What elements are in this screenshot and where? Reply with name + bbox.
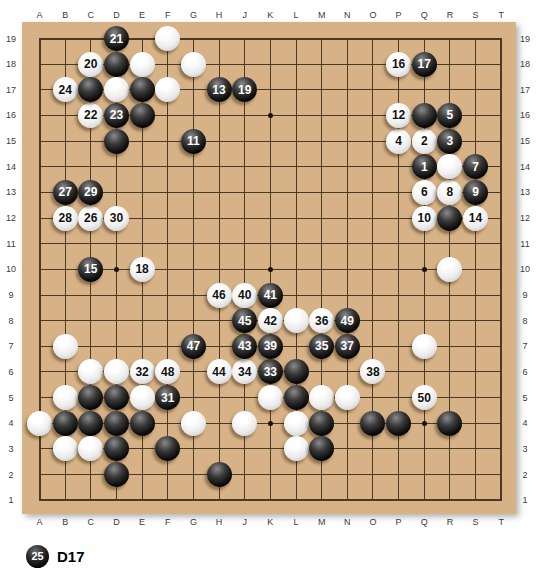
stone-J9: 40 — [232, 283, 257, 308]
column-label-top: O — [363, 9, 383, 21]
stone-E16 — [130, 103, 155, 128]
caption-move-point: D17 — [57, 548, 85, 565]
column-label-top: H — [209, 9, 229, 21]
column-label-bottom: M — [312, 516, 332, 528]
row-label-right: 12 — [515, 212, 535, 224]
stone-Q13: 6 — [412, 180, 437, 205]
stone-S14: 7 — [463, 154, 488, 179]
stone-F19 — [155, 26, 180, 51]
row-label-left: 7 — [1, 340, 21, 352]
column-label-top: Q — [414, 9, 434, 21]
row-label-left: 11 — [1, 238, 21, 250]
stone-O4 — [360, 411, 385, 436]
row-label-right: 18 — [515, 58, 535, 70]
stone-Q5: 50 — [412, 385, 437, 410]
row-label-left: 12 — [1, 212, 21, 224]
stone-C4 — [78, 411, 103, 436]
stone-M3 — [309, 436, 334, 461]
row-label-left: 1 — [1, 494, 21, 506]
column-label-top: K — [260, 9, 280, 21]
stone-R15: 3 — [437, 129, 462, 154]
stone-B5 — [53, 385, 78, 410]
stone-D3 — [104, 436, 129, 461]
column-label-top: R — [440, 9, 460, 21]
column-label-bottom: A — [30, 516, 50, 528]
row-label-left: 5 — [1, 392, 21, 404]
stone-C13: 29 — [78, 180, 103, 205]
stone-D2 — [104, 462, 129, 487]
stone-S12: 14 — [463, 206, 488, 231]
row-label-left: 15 — [1, 135, 21, 147]
stone-J7: 43 — [232, 334, 257, 359]
stone-J6: 34 — [232, 359, 257, 384]
goban[interactable]: 1234567891011121314151617181920212223242… — [22, 22, 516, 514]
row-label-left: 19 — [1, 33, 21, 45]
star-point — [422, 421, 427, 426]
stone-D5 — [104, 385, 129, 410]
stone-N8: 49 — [335, 308, 360, 333]
row-label-left: 9 — [1, 289, 21, 301]
row-label-left: 3 — [1, 443, 21, 455]
star-point — [268, 421, 273, 426]
stone-A4 — [27, 411, 52, 436]
stone-J4 — [232, 411, 257, 436]
stone-C10: 15 — [78, 257, 103, 282]
column-label-top: M — [312, 9, 332, 21]
column-label-bottom: H — [209, 516, 229, 528]
stone-F5: 31 — [155, 385, 180, 410]
stone-D4 — [104, 411, 129, 436]
stone-Q18: 17 — [412, 52, 437, 77]
star-point — [268, 267, 273, 272]
grid-line-horizontal — [39, 499, 503, 501]
stone-J8: 45 — [232, 308, 257, 333]
row-label-right: 2 — [515, 469, 535, 481]
stone-J17: 19 — [232, 77, 257, 102]
column-label-bottom: L — [286, 516, 306, 528]
row-label-right: 11 — [515, 238, 535, 250]
grid-line-vertical — [475, 38, 476, 502]
column-label-bottom: E — [132, 516, 152, 528]
stone-D17 — [104, 77, 129, 102]
grid-line-vertical — [500, 38, 502, 502]
row-label-left: 14 — [1, 161, 21, 173]
stone-C3 — [78, 436, 103, 461]
stone-C18: 20 — [78, 52, 103, 77]
stone-M4 — [309, 411, 334, 436]
row-label-right: 17 — [515, 84, 535, 96]
stone-L4 — [284, 411, 309, 436]
column-label-top: D — [106, 9, 126, 21]
star-point — [268, 113, 273, 118]
stone-B13: 27 — [53, 180, 78, 205]
stone-N5 — [335, 385, 360, 410]
stone-B3 — [53, 436, 78, 461]
stone-D16: 23 — [104, 103, 129, 128]
stone-P4 — [386, 411, 411, 436]
stone-C6 — [78, 359, 103, 384]
stone-E18 — [130, 52, 155, 77]
stone-E4 — [130, 411, 155, 436]
stone-P15: 4 — [386, 129, 411, 154]
column-label-top: L — [286, 9, 306, 21]
stone-S13: 9 — [463, 180, 488, 205]
column-label-bottom: C — [81, 516, 101, 528]
column-label-bottom: J — [235, 516, 255, 528]
stone-L5 — [284, 385, 309, 410]
stone-D6 — [104, 359, 129, 384]
stone-E5 — [130, 385, 155, 410]
column-label-bottom: O — [363, 516, 383, 528]
row-label-right: 4 — [515, 417, 535, 429]
stone-R12 — [437, 206, 462, 231]
column-label-bottom: N — [337, 516, 357, 528]
stone-G15: 11 — [181, 129, 206, 154]
stone-N7: 37 — [335, 334, 360, 359]
row-label-left: 13 — [1, 186, 21, 198]
stone-H9: 46 — [207, 283, 232, 308]
column-label-bottom: G — [183, 516, 203, 528]
star-point — [422, 267, 427, 272]
stone-E6: 32 — [130, 359, 155, 384]
stone-C17 — [78, 77, 103, 102]
column-label-top: N — [337, 9, 357, 21]
column-label-top: F — [158, 9, 178, 21]
stone-M7: 35 — [309, 334, 334, 359]
stone-K6: 33 — [258, 359, 283, 384]
stone-M8: 36 — [309, 308, 334, 333]
stone-H6: 44 — [207, 359, 232, 384]
stone-D19: 21 — [104, 26, 129, 51]
stone-F17 — [155, 77, 180, 102]
stone-E10: 18 — [130, 257, 155, 282]
column-label-top: E — [132, 9, 152, 21]
row-label-left: 18 — [1, 58, 21, 70]
stone-G4 — [181, 411, 206, 436]
stone-R10 — [437, 257, 462, 282]
grid-line-vertical — [347, 38, 348, 502]
stone-L8 — [284, 308, 309, 333]
stone-Q16 — [412, 103, 437, 128]
column-label-bottom: K — [260, 516, 280, 528]
stone-H17: 13 — [207, 77, 232, 102]
row-label-right: 14 — [515, 161, 535, 173]
stone-D18 — [104, 52, 129, 77]
stone-D15 — [104, 129, 129, 154]
stone-K5 — [258, 385, 283, 410]
stone-F3 — [155, 436, 180, 461]
column-label-top: A — [30, 9, 50, 21]
column-label-top: T — [491, 9, 511, 21]
column-label-top: C — [81, 9, 101, 21]
stone-H2 — [207, 462, 232, 487]
stone-E17 — [130, 77, 155, 102]
row-label-left: 2 — [1, 469, 21, 481]
caption: 25 D17 — [26, 544, 85, 568]
row-label-left: 6 — [1, 366, 21, 378]
stone-R13: 8 — [437, 180, 462, 205]
star-point — [114, 267, 119, 272]
column-label-top: P — [389, 9, 409, 21]
column-label-bottom: S — [466, 516, 486, 528]
row-label-left: 10 — [1, 263, 21, 275]
stone-G18 — [181, 52, 206, 77]
stone-C5 — [78, 385, 103, 410]
row-label-right: 1 — [515, 494, 535, 506]
stone-R4 — [437, 411, 462, 436]
row-label-right: 8 — [515, 315, 535, 327]
stone-B12: 28 — [53, 206, 78, 231]
column-label-top: S — [466, 9, 486, 21]
stone-F6: 48 — [155, 359, 180, 384]
column-label-top: G — [183, 9, 203, 21]
row-label-right: 6 — [515, 366, 535, 378]
stone-L6 — [284, 359, 309, 384]
stone-K9: 41 — [258, 283, 283, 308]
stone-Q7 — [412, 334, 437, 359]
column-label-bottom: P — [389, 516, 409, 528]
column-label-top: B — [55, 9, 75, 21]
column-label-bottom: F — [158, 516, 178, 528]
row-label-right: 15 — [515, 135, 535, 147]
row-label-right: 5 — [515, 392, 535, 404]
stone-Q14: 1 — [412, 154, 437, 179]
row-label-left: 4 — [1, 417, 21, 429]
stone-D12: 30 — [104, 206, 129, 231]
column-label-bottom: R — [440, 516, 460, 528]
stone-P18: 16 — [386, 52, 411, 77]
stone-M5 — [309, 385, 334, 410]
column-label-bottom: B — [55, 516, 75, 528]
row-label-right: 13 — [515, 186, 535, 198]
stone-P16: 12 — [386, 103, 411, 128]
stone-R14 — [437, 154, 462, 179]
stone-B4 — [53, 411, 78, 436]
stone-R16: 5 — [437, 103, 462, 128]
column-label-bottom: T — [491, 516, 511, 528]
column-label-bottom: Q — [414, 516, 434, 528]
stone-K7: 39 — [258, 334, 283, 359]
row-label-left: 8 — [1, 315, 21, 327]
stone-O6: 38 — [360, 359, 385, 384]
stone-B7 — [53, 334, 78, 359]
go-diagram-page: 1234567891011121314151617181920212223242… — [0, 0, 540, 577]
stone-B17: 24 — [53, 77, 78, 102]
stone-L3 — [284, 436, 309, 461]
column-label-bottom: D — [106, 516, 126, 528]
stone-Q15: 2 — [412, 129, 437, 154]
stone-C16: 22 — [78, 103, 103, 128]
row-label-right: 16 — [515, 109, 535, 121]
caption-move-stone: 25 — [26, 545, 49, 568]
stone-G7: 47 — [181, 334, 206, 359]
stone-C12: 26 — [78, 206, 103, 231]
row-label-right: 7 — [515, 340, 535, 352]
column-label-top: J — [235, 9, 255, 21]
row-label-right: 10 — [515, 263, 535, 275]
row-label-right: 19 — [515, 33, 535, 45]
row-label-right: 9 — [515, 289, 535, 301]
row-label-left: 16 — [1, 109, 21, 121]
stone-K8: 42 — [258, 308, 283, 333]
row-label-right: 3 — [515, 443, 535, 455]
stone-Q12: 10 — [412, 206, 437, 231]
row-label-left: 17 — [1, 84, 21, 96]
